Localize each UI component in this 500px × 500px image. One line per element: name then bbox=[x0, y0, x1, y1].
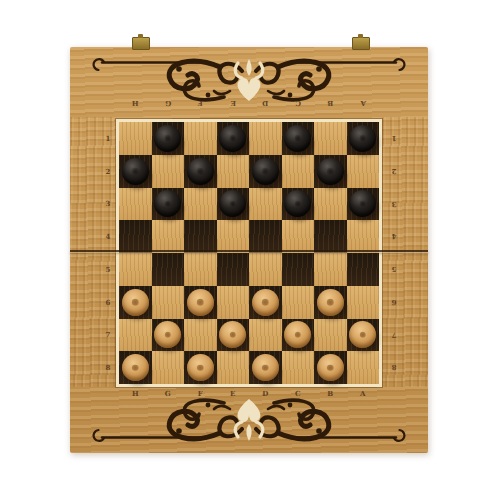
square-b7[interactable] bbox=[314, 319, 347, 352]
square-c1[interactable] bbox=[282, 122, 315, 155]
square-f6[interactable] bbox=[184, 286, 217, 319]
square-f4[interactable] bbox=[184, 220, 217, 253]
checker-white[interactable] bbox=[284, 321, 311, 348]
checker-white[interactable] bbox=[122, 289, 149, 316]
square-g7[interactable] bbox=[152, 319, 185, 352]
square-h1[interactable] bbox=[119, 122, 152, 155]
piece-center-pip bbox=[197, 364, 203, 371]
brass-hinge-left bbox=[132, 37, 150, 50]
photo-scene: HGFEDCBA HGFEDCBA 12345678 12345678 bbox=[0, 0, 500, 500]
square-d1[interactable] bbox=[249, 122, 282, 155]
square-f7[interactable] bbox=[184, 319, 217, 352]
square-g8[interactable] bbox=[152, 351, 185, 384]
square-f5[interactable] bbox=[184, 253, 217, 286]
checkers-board bbox=[116, 119, 382, 387]
square-a8[interactable] bbox=[347, 351, 380, 384]
piece-center-pip bbox=[197, 299, 203, 306]
piece-center-pip bbox=[295, 201, 301, 208]
square-h2[interactable] bbox=[119, 155, 152, 188]
fold-seam bbox=[70, 250, 428, 252]
checker-white[interactable] bbox=[122, 354, 149, 381]
piece-center-pip bbox=[360, 201, 366, 208]
piece-center-pip bbox=[262, 168, 268, 175]
square-e8[interactable] bbox=[217, 351, 250, 384]
square-c6[interactable] bbox=[282, 286, 315, 319]
square-b1[interactable] bbox=[314, 122, 347, 155]
piece-center-pip bbox=[230, 135, 236, 142]
square-h7[interactable] bbox=[119, 319, 152, 352]
square-b2[interactable] bbox=[314, 155, 347, 188]
square-h6[interactable] bbox=[119, 286, 152, 319]
piece-center-pip bbox=[262, 364, 268, 371]
piece-center-pip bbox=[165, 135, 171, 142]
square-a5[interactable] bbox=[347, 253, 380, 286]
square-b3[interactable] bbox=[314, 188, 347, 221]
checker-white[interactable] bbox=[252, 354, 279, 381]
crown-emblem bbox=[235, 59, 263, 101]
square-d7[interactable] bbox=[249, 319, 282, 352]
square-d8[interactable] bbox=[249, 351, 282, 384]
checker-black[interactable] bbox=[284, 190, 311, 217]
checker-black[interactable] bbox=[219, 125, 246, 152]
square-c2[interactable] bbox=[282, 155, 315, 188]
scrollwork-ornament-bottom bbox=[92, 397, 406, 445]
square-g1[interactable] bbox=[152, 122, 185, 155]
checker-white[interactable] bbox=[317, 354, 344, 381]
square-f8[interactable] bbox=[184, 351, 217, 384]
piece-center-pip bbox=[165, 332, 171, 339]
checker-white[interactable] bbox=[349, 321, 376, 348]
frame-left-panel bbox=[70, 117, 116, 387]
checker-black[interactable] bbox=[219, 190, 246, 217]
piece-center-pip bbox=[132, 168, 138, 175]
square-g4[interactable] bbox=[152, 220, 185, 253]
square-h3[interactable] bbox=[119, 188, 152, 221]
square-d2[interactable] bbox=[249, 155, 282, 188]
square-c7[interactable] bbox=[282, 319, 315, 352]
piece-center-pip bbox=[132, 299, 138, 306]
checker-black[interactable] bbox=[122, 158, 149, 185]
square-c3[interactable] bbox=[282, 188, 315, 221]
checker-white[interactable] bbox=[252, 289, 279, 316]
checker-white[interactable] bbox=[187, 289, 214, 316]
square-h5[interactable] bbox=[119, 253, 152, 286]
checker-white[interactable] bbox=[154, 321, 181, 348]
square-a1[interactable] bbox=[347, 122, 380, 155]
square-b4[interactable] bbox=[314, 220, 347, 253]
square-b8[interactable] bbox=[314, 351, 347, 384]
square-f2[interactable] bbox=[184, 155, 217, 188]
square-b5[interactable] bbox=[314, 253, 347, 286]
square-c4[interactable] bbox=[282, 220, 315, 253]
square-h4[interactable] bbox=[119, 220, 152, 253]
scrollwork-ornament-top bbox=[92, 55, 406, 103]
square-e6[interactable] bbox=[217, 286, 250, 319]
square-g6[interactable] bbox=[152, 286, 185, 319]
piece-center-pip bbox=[230, 332, 236, 339]
piece-center-pip bbox=[295, 332, 301, 339]
piece-center-pip bbox=[360, 135, 366, 142]
square-d6[interactable] bbox=[249, 286, 282, 319]
piece-center-pip bbox=[132, 364, 138, 371]
checker-black[interactable] bbox=[252, 158, 279, 185]
square-e4[interactable] bbox=[217, 220, 250, 253]
checker-black[interactable] bbox=[349, 125, 376, 152]
square-f1[interactable] bbox=[184, 122, 217, 155]
square-g3[interactable] bbox=[152, 188, 185, 221]
square-b6[interactable] bbox=[314, 286, 347, 319]
checker-black[interactable] bbox=[154, 190, 181, 217]
piece-center-pip bbox=[295, 135, 301, 142]
square-c5[interactable] bbox=[282, 253, 315, 286]
checker-white[interactable] bbox=[317, 289, 344, 316]
square-f3[interactable] bbox=[184, 188, 217, 221]
piece-center-pip bbox=[327, 299, 333, 306]
square-g2[interactable] bbox=[152, 155, 185, 188]
checker-black[interactable] bbox=[187, 158, 214, 185]
piece-center-pip bbox=[197, 168, 203, 175]
square-d4[interactable] bbox=[249, 220, 282, 253]
checkers-box: HGFEDCBA HGFEDCBA 12345678 12345678 bbox=[70, 47, 428, 453]
square-a6[interactable] bbox=[347, 286, 380, 319]
square-e7[interactable] bbox=[217, 319, 250, 352]
piece-center-pip bbox=[360, 332, 366, 339]
piece-center-pip bbox=[165, 201, 171, 208]
checker-white[interactable] bbox=[187, 354, 214, 381]
checker-black[interactable] bbox=[317, 158, 344, 185]
square-a3[interactable] bbox=[347, 188, 380, 221]
frame-right-panel bbox=[382, 117, 428, 387]
square-d5[interactable] bbox=[249, 253, 282, 286]
piece-center-pip bbox=[327, 364, 333, 371]
square-c8[interactable] bbox=[282, 351, 315, 384]
piece-center-pip bbox=[327, 168, 333, 175]
square-g5[interactable] bbox=[152, 253, 185, 286]
brass-hinge-right bbox=[352, 37, 370, 50]
piece-center-pip bbox=[230, 201, 236, 208]
square-e5[interactable] bbox=[217, 253, 250, 286]
checker-black[interactable] bbox=[349, 190, 376, 217]
checker-black[interactable] bbox=[284, 125, 311, 152]
square-a2[interactable] bbox=[347, 155, 380, 188]
square-a4[interactable] bbox=[347, 220, 380, 253]
square-e3[interactable] bbox=[217, 188, 250, 221]
square-d3[interactable] bbox=[249, 188, 282, 221]
checker-black[interactable] bbox=[154, 125, 181, 152]
square-a7[interactable] bbox=[347, 319, 380, 352]
square-e1[interactable] bbox=[217, 122, 250, 155]
piece-center-pip bbox=[262, 299, 268, 306]
square-e2[interactable] bbox=[217, 155, 250, 188]
square-h8[interactable] bbox=[119, 351, 152, 384]
checker-white[interactable] bbox=[219, 321, 246, 348]
